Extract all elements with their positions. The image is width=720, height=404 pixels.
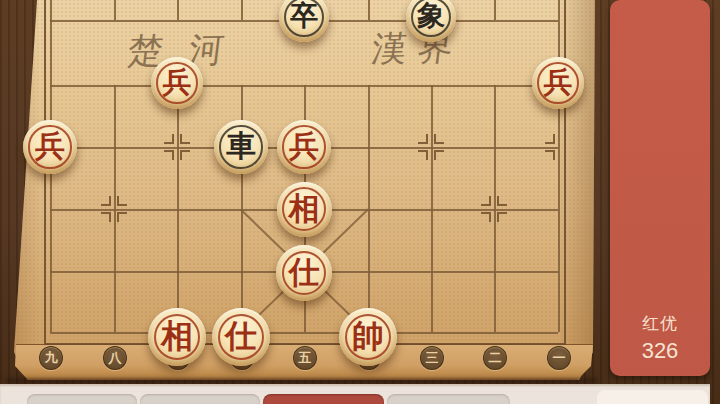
rank-line-10 (50, 332, 558, 334)
file-label-二: 二 (483, 346, 507, 370)
piece-character: 相 (289, 193, 320, 224)
position-marker (163, 133, 191, 161)
piece-red-elephant[interactable]: 相 (148, 308, 206, 366)
piece-character: 兵 (289, 131, 319, 161)
file-label-一: 一 (547, 346, 571, 370)
bottom-button-2[interactable] (140, 394, 260, 404)
file-line-5-black-side (368, 0, 370, 20)
marker-bracket (418, 150, 428, 160)
bottom-panel-right[interactable] (597, 390, 708, 404)
marker-bracket (180, 134, 190, 144)
file-label-九: 九 (39, 346, 63, 370)
bottom-button-3-red[interactable] (263, 394, 384, 404)
piece-character: 象 (417, 2, 445, 30)
piece-black-chariot[interactable]: 車 (214, 120, 268, 174)
piece-red-soldier[interactable]: 兵 (151, 57, 203, 109)
marker-bracket (545, 134, 555, 144)
file-line-5-red-side (368, 85, 370, 332)
position-marker (544, 133, 572, 161)
bottom-button-4[interactable] (387, 394, 510, 404)
file-line-3-black-side (241, 0, 243, 20)
marker-bracket (497, 196, 507, 206)
file-line-8 (558, 0, 560, 332)
marker-bracket (180, 150, 190, 160)
evaluation-score: 326 (642, 338, 679, 364)
marker-bracket (101, 212, 111, 222)
marker-bracket (164, 134, 174, 144)
piece-character: 卒 (290, 2, 318, 30)
piece-character: 兵 (544, 68, 573, 97)
piece-character: 帥 (352, 320, 384, 352)
marker-bracket (117, 196, 127, 206)
file-line-1-black-side (114, 0, 116, 20)
evaluation-block: 红优 326 (610, 312, 710, 364)
piece-character: 車 (226, 131, 256, 161)
position-marker (417, 133, 445, 161)
board-border-right (564, 0, 566, 343)
piece-red-soldier[interactable]: 兵 (277, 120, 331, 174)
marker-bracket (434, 134, 444, 144)
piece-red-advisor[interactable]: 仕 (212, 308, 270, 366)
marker-bracket (481, 212, 491, 222)
board-border-bottom (44, 343, 566, 345)
marker-bracket (117, 212, 127, 222)
marker-bracket (434, 150, 444, 160)
piece-character: 仕 (289, 257, 320, 288)
marker-bracket (164, 150, 174, 160)
marker-bracket (545, 150, 555, 160)
piece-character: 兵 (163, 68, 192, 97)
piece-red-advisor[interactable]: 仕 (276, 245, 332, 301)
marker-bracket (497, 212, 507, 222)
marker-bracket (481, 196, 491, 206)
piece-character: 兵 (35, 131, 65, 161)
marker-bracket (418, 134, 428, 144)
piece-red-soldier[interactable]: 兵 (23, 120, 77, 174)
file-line-7-black-side (494, 0, 496, 20)
file-line-2-black-side (177, 0, 179, 20)
file-line-2-red-side (177, 85, 179, 332)
piece-red-elephant[interactable]: 相 (277, 182, 332, 237)
bottom-button-1[interactable] (27, 394, 137, 404)
file-line-6-red-side (431, 85, 433, 332)
evaluation-sidebar: 红优 326 (610, 0, 710, 376)
file-label-八: 八 (103, 346, 127, 370)
evaluation-label: 红优 (642, 312, 678, 335)
file-label-三: 三 (420, 346, 444, 370)
xiangqi-app-screen: 楚河 漢界 九八七六五四三二一 卒象兵兵兵車兵相仕相仕帥 红优 326 (0, 0, 720, 404)
piece-character: 相 (161, 320, 193, 352)
position-marker (100, 195, 128, 223)
marker-bracket (101, 196, 111, 206)
piece-character: 仕 (225, 320, 257, 352)
piece-red-soldier[interactable]: 兵 (532, 57, 584, 109)
piece-red-king[interactable]: 帥 (339, 308, 397, 366)
file-label-五: 五 (293, 346, 317, 370)
position-marker (480, 195, 508, 223)
bottom-toolbar (0, 384, 710, 404)
